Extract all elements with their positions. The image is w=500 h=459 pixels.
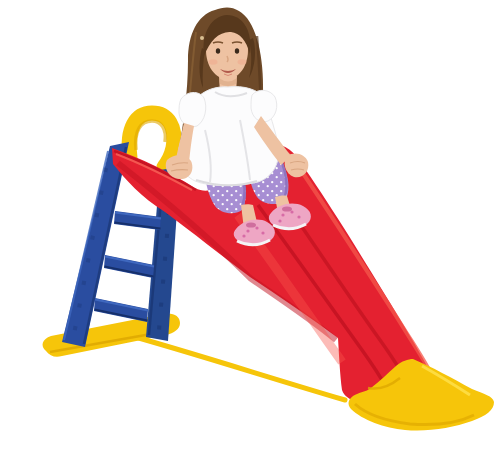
eye-left	[216, 48, 220, 54]
sleeve-right	[251, 90, 277, 121]
hair-clip	[200, 36, 204, 40]
blush-left	[209, 59, 218, 65]
blush-right	[238, 59, 247, 65]
sleeve-left	[179, 92, 206, 126]
eye-right	[235, 48, 239, 54]
product-photo-svg	[0, 0, 500, 459]
product-image	[0, 0, 500, 459]
